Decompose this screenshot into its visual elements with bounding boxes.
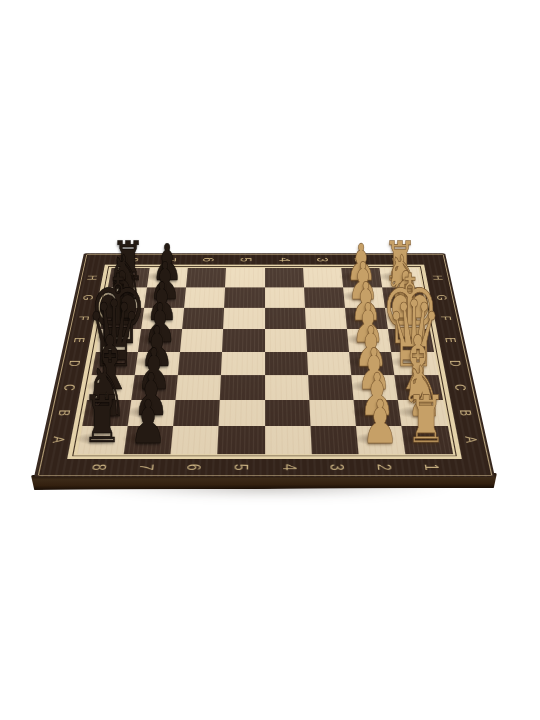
coordinate-label-f-letter: F	[75, 316, 90, 321]
square-b8[interactable]	[81, 400, 130, 426]
square-e6[interactable]	[180, 329, 223, 351]
square-b3[interactable]	[309, 400, 356, 426]
square-a6[interactable]	[170, 426, 218, 454]
square-d2[interactable]	[349, 352, 395, 376]
square-e2[interactable]	[346, 329, 390, 351]
square-c3[interactable]	[307, 375, 353, 400]
square-a1[interactable]	[401, 426, 452, 454]
square-h2[interactable]	[341, 268, 382, 287]
square-d5[interactable]	[221, 352, 264, 376]
coordinate-label-3-number: 3	[313, 257, 329, 261]
coordinate-label-6-number: 6	[199, 257, 215, 261]
square-b1[interactable]	[398, 400, 447, 426]
square-g5[interactable]	[224, 287, 264, 307]
coordinate-label-g-letter: G	[433, 295, 448, 301]
square-d4[interactable]	[264, 352, 307, 376]
coordinate-label-5-number: 5	[231, 464, 250, 471]
product-photo-stage: HGFEDCBAHGFEDCBA8765432187654321 ♜♟♟♜♞♟♟…	[0, 0, 540, 720]
coordinate-label-7-number: 7	[135, 464, 155, 471]
coordinate-label-4-number: 4	[275, 257, 290, 261]
board-grid	[76, 268, 452, 454]
square-f4[interactable]	[264, 308, 305, 329]
square-e8[interactable]	[95, 329, 140, 351]
square-h1[interactable]	[379, 268, 421, 287]
coordinate-label-f-letter: F	[437, 316, 452, 321]
coordinate-label-g-letter: G	[80, 295, 95, 301]
square-h8[interactable]	[107, 268, 149, 287]
square-f5[interactable]	[223, 308, 264, 329]
coordinate-label-3-number: 3	[326, 464, 346, 471]
square-c5[interactable]	[219, 375, 264, 400]
square-c8[interactable]	[86, 375, 134, 400]
square-e4[interactable]	[264, 329, 306, 351]
square-c2[interactable]	[351, 375, 398, 400]
square-g3[interactable]	[303, 287, 344, 307]
coordinate-label-5-number: 5	[237, 257, 252, 261]
square-d6[interactable]	[177, 352, 221, 376]
coordinate-label-b-letter: B	[55, 410, 72, 416]
square-d1[interactable]	[391, 352, 438, 376]
square-h7[interactable]	[146, 268, 187, 287]
square-f1[interactable]	[385, 308, 429, 329]
square-c7[interactable]	[130, 375, 177, 400]
square-e5[interactable]	[222, 329, 264, 351]
square-a2[interactable]	[355, 426, 405, 454]
coordinate-label-b-letter: B	[456, 410, 473, 416]
square-a4[interactable]	[264, 426, 311, 454]
square-d7[interactable]	[134, 352, 180, 376]
square-c4[interactable]	[264, 375, 309, 400]
square-c6[interactable]	[175, 375, 221, 400]
coordinate-label-e-letter: E	[70, 337, 86, 342]
coordinate-label-a-letter: A	[461, 437, 479, 444]
chess-board: HGFEDCBAHGFEDCBA8765432187654321	[34, 253, 495, 477]
coordinate-label-7-number: 7	[161, 257, 177, 261]
coordinate-label-e-letter: E	[442, 337, 458, 342]
square-c1[interactable]	[394, 375, 442, 400]
square-a3[interactable]	[310, 426, 358, 454]
square-f2[interactable]	[344, 308, 387, 329]
coordinate-label-6-number: 6	[183, 464, 203, 471]
square-b5[interactable]	[218, 400, 264, 426]
square-d8[interactable]	[91, 352, 138, 376]
coordinate-label-8-number: 8	[123, 257, 139, 261]
square-b7[interactable]	[127, 400, 175, 426]
square-b2[interactable]	[353, 400, 401, 426]
square-h3[interactable]	[302, 268, 342, 287]
coordinate-label-a-letter: A	[49, 437, 67, 444]
coordinate-label-d-letter: D	[446, 360, 462, 366]
coordinate-label-1-number: 1	[421, 464, 441, 471]
square-h5[interactable]	[225, 268, 264, 287]
square-g6[interactable]	[184, 287, 225, 307]
coordinate-label-h-letter: H	[84, 275, 99, 280]
square-g2[interactable]	[343, 287, 385, 307]
square-g7[interactable]	[143, 287, 185, 307]
square-f3[interactable]	[304, 308, 346, 329]
square-e7[interactable]	[137, 329, 181, 351]
square-g1[interactable]	[382, 287, 425, 307]
square-d3[interactable]	[306, 352, 350, 376]
coordinate-label-h-letter: H	[429, 275, 444, 280]
square-e1[interactable]	[388, 329, 433, 351]
coordinate-label-d-letter: D	[65, 360, 81, 366]
coordinate-label-2-number: 2	[351, 257, 367, 261]
square-h6[interactable]	[185, 268, 225, 287]
square-a8[interactable]	[76, 426, 127, 454]
coordinate-label-c-letter: C	[60, 384, 77, 390]
square-a5[interactable]	[217, 426, 264, 454]
coordinate-label-8-number: 8	[87, 464, 107, 471]
coordinate-label-4-number: 4	[278, 464, 297, 471]
coordinate-label-c-letter: C	[451, 384, 468, 390]
square-b4[interactable]	[264, 400, 310, 426]
coordinate-label-1-number: 1	[389, 257, 405, 261]
square-h4[interactable]	[264, 268, 303, 287]
square-e3[interactable]	[305, 329, 348, 351]
square-g8[interactable]	[103, 287, 146, 307]
coordinate-label-2-number: 2	[373, 464, 393, 471]
square-b6[interactable]	[173, 400, 220, 426]
square-g4[interactable]	[264, 287, 304, 307]
square-f7[interactable]	[140, 308, 183, 329]
square-f8[interactable]	[99, 308, 143, 329]
square-f6[interactable]	[182, 308, 224, 329]
square-a7[interactable]	[123, 426, 173, 454]
